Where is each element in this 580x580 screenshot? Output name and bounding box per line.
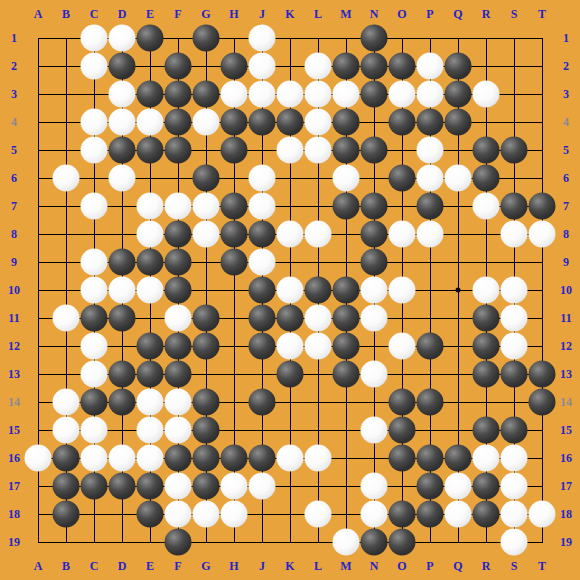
black-stone [417, 193, 444, 220]
black-stone [249, 109, 276, 136]
grid-line-horizontal [38, 430, 543, 431]
black-stone [473, 305, 500, 332]
col-label-bottom: K [285, 560, 294, 572]
white-stone [277, 81, 304, 108]
black-stone [473, 473, 500, 500]
black-stone [165, 249, 192, 276]
white-stone [137, 417, 164, 444]
white-stone [501, 473, 528, 500]
col-label-bottom: A [34, 560, 43, 572]
black-stone [361, 193, 388, 220]
row-label-left: 17 [8, 480, 20, 492]
black-stone [473, 501, 500, 528]
row-label-left: 16 [8, 452, 20, 464]
white-stone [249, 165, 276, 192]
white-stone [501, 445, 528, 472]
white-stone [193, 193, 220, 220]
col-label-bottom: B [62, 560, 70, 572]
col-label-bottom: P [426, 560, 433, 572]
black-stone [417, 109, 444, 136]
white-stone [81, 25, 108, 52]
col-label-bottom: E [146, 560, 154, 572]
black-stone [277, 109, 304, 136]
row-label-right: 4 [563, 116, 569, 128]
col-label-top: B [62, 8, 70, 20]
col-label-top: K [285, 8, 294, 20]
col-label-bottom: D [118, 560, 127, 572]
black-stone [417, 333, 444, 360]
white-stone [109, 277, 136, 304]
row-label-right: 15 [560, 424, 572, 436]
black-stone [249, 333, 276, 360]
white-stone [277, 333, 304, 360]
white-stone [249, 53, 276, 80]
black-stone [193, 165, 220, 192]
col-label-bottom: M [340, 560, 351, 572]
white-stone [305, 221, 332, 248]
row-label-left: 5 [11, 144, 17, 156]
col-label-bottom: Q [453, 560, 462, 572]
black-stone [137, 249, 164, 276]
white-stone [81, 193, 108, 220]
white-stone [501, 529, 528, 556]
black-stone [249, 445, 276, 472]
row-label-left: 19 [8, 536, 20, 548]
row-label-left: 7 [11, 200, 17, 212]
white-stone [305, 333, 332, 360]
black-stone [361, 249, 388, 276]
black-stone [361, 25, 388, 52]
white-stone [417, 81, 444, 108]
white-stone [501, 277, 528, 304]
black-stone [333, 305, 360, 332]
white-stone [277, 445, 304, 472]
black-stone [81, 305, 108, 332]
black-stone [305, 277, 332, 304]
white-stone [473, 193, 500, 220]
white-stone [473, 81, 500, 108]
black-stone [165, 277, 192, 304]
black-stone [417, 445, 444, 472]
col-label-bottom: G [201, 560, 210, 572]
row-label-left: 1 [11, 32, 17, 44]
black-stone [333, 333, 360, 360]
col-label-top: A [34, 8, 43, 20]
black-stone [249, 277, 276, 304]
white-stone [277, 277, 304, 304]
row-label-left: 10 [8, 284, 20, 296]
black-stone [109, 361, 136, 388]
col-label-top: M [340, 8, 351, 20]
white-stone [361, 305, 388, 332]
black-stone [333, 53, 360, 80]
white-stone [109, 81, 136, 108]
star-point [456, 288, 461, 293]
black-stone [221, 249, 248, 276]
black-stone [277, 361, 304, 388]
go-board[interactable]: AABBCCDDEEFFGGHHJJKKLLMMNNOOPPQQRRSSTT11… [0, 0, 580, 580]
white-stone [305, 53, 332, 80]
white-stone [445, 501, 472, 528]
row-label-right: 6 [563, 172, 569, 184]
row-label-right: 11 [560, 312, 571, 324]
black-stone [389, 529, 416, 556]
col-label-top: N [370, 8, 379, 20]
white-stone [53, 389, 80, 416]
col-label-bottom: L [314, 560, 322, 572]
black-stone [389, 417, 416, 444]
col-label-bottom: C [90, 560, 99, 572]
black-stone [193, 389, 220, 416]
black-stone [165, 445, 192, 472]
white-stone [81, 137, 108, 164]
row-label-right: 17 [560, 480, 572, 492]
col-label-top: H [229, 8, 238, 20]
white-stone [249, 249, 276, 276]
white-stone [417, 221, 444, 248]
white-stone [249, 193, 276, 220]
white-stone [277, 137, 304, 164]
black-stone [445, 81, 472, 108]
col-label-top: J [259, 8, 265, 20]
black-stone [473, 361, 500, 388]
white-stone [221, 501, 248, 528]
col-label-top: F [174, 8, 181, 20]
white-stone [277, 221, 304, 248]
black-stone [529, 193, 556, 220]
col-label-bottom: F [174, 560, 181, 572]
white-stone [501, 333, 528, 360]
row-label-right: 12 [560, 340, 572, 352]
row-label-right: 5 [563, 144, 569, 156]
white-stone [165, 389, 192, 416]
white-stone [529, 501, 556, 528]
row-label-left: 11 [8, 312, 19, 324]
black-stone [193, 305, 220, 332]
black-stone [221, 53, 248, 80]
black-stone [417, 501, 444, 528]
black-stone [165, 137, 192, 164]
black-stone [221, 193, 248, 220]
col-label-top: E [146, 8, 154, 20]
black-stone [473, 417, 500, 444]
col-label-top: G [201, 8, 210, 20]
white-stone [473, 445, 500, 472]
black-stone [193, 333, 220, 360]
black-stone [501, 361, 528, 388]
col-label-bottom: J [259, 560, 265, 572]
white-stone [305, 81, 332, 108]
black-stone [389, 165, 416, 192]
black-stone [473, 333, 500, 360]
white-stone [501, 501, 528, 528]
black-stone [249, 221, 276, 248]
white-stone [389, 277, 416, 304]
white-stone [417, 165, 444, 192]
black-stone [249, 305, 276, 332]
col-label-top: D [118, 8, 127, 20]
black-stone [165, 529, 192, 556]
white-stone [361, 501, 388, 528]
black-stone [137, 473, 164, 500]
black-stone [193, 81, 220, 108]
white-stone [361, 361, 388, 388]
white-stone [417, 137, 444, 164]
black-stone [417, 473, 444, 500]
black-stone [165, 53, 192, 80]
black-stone [529, 389, 556, 416]
black-stone [473, 137, 500, 164]
row-label-right: 16 [560, 452, 572, 464]
white-stone [361, 417, 388, 444]
black-stone [109, 473, 136, 500]
black-stone [389, 501, 416, 528]
col-label-top: R [482, 8, 491, 20]
black-stone [445, 109, 472, 136]
row-label-left: 2 [11, 60, 17, 72]
white-stone [389, 221, 416, 248]
white-stone [109, 165, 136, 192]
col-label-bottom: H [229, 560, 238, 572]
black-stone [165, 361, 192, 388]
row-label-right: 1 [563, 32, 569, 44]
white-stone [53, 165, 80, 192]
white-stone [109, 445, 136, 472]
white-stone [333, 81, 360, 108]
white-stone [165, 501, 192, 528]
col-label-bottom: R [482, 560, 491, 572]
black-stone [193, 473, 220, 500]
black-stone [81, 389, 108, 416]
black-stone [445, 445, 472, 472]
row-label-left: 18 [8, 508, 20, 520]
white-stone [249, 473, 276, 500]
black-stone [445, 53, 472, 80]
col-label-top: O [397, 8, 406, 20]
row-label-right: 2 [563, 60, 569, 72]
grid-line-horizontal [38, 542, 543, 543]
black-stone [165, 221, 192, 248]
grid-line-vertical [542, 38, 543, 543]
white-stone [165, 417, 192, 444]
white-stone [137, 221, 164, 248]
black-stone [389, 389, 416, 416]
black-stone [333, 109, 360, 136]
white-stone [361, 473, 388, 500]
black-stone [137, 361, 164, 388]
black-stone [361, 53, 388, 80]
black-stone [277, 305, 304, 332]
row-label-right: 10 [560, 284, 572, 296]
black-stone [109, 305, 136, 332]
white-stone [81, 109, 108, 136]
row-label-right: 19 [560, 536, 572, 548]
white-stone [165, 193, 192, 220]
row-label-left: 6 [11, 172, 17, 184]
white-stone [193, 501, 220, 528]
black-stone [53, 473, 80, 500]
white-stone [81, 361, 108, 388]
black-stone [501, 137, 528, 164]
white-stone [389, 81, 416, 108]
white-stone [249, 25, 276, 52]
white-stone [305, 501, 332, 528]
white-stone [473, 277, 500, 304]
black-stone [109, 53, 136, 80]
black-stone [333, 277, 360, 304]
row-label-right: 14 [560, 396, 572, 408]
white-stone [333, 529, 360, 556]
black-stone [389, 445, 416, 472]
black-stone [529, 361, 556, 388]
black-stone [109, 137, 136, 164]
black-stone [361, 221, 388, 248]
black-stone [361, 137, 388, 164]
white-stone [81, 277, 108, 304]
black-stone [53, 445, 80, 472]
black-stone [221, 221, 248, 248]
white-stone [137, 193, 164, 220]
row-label-right: 8 [563, 228, 569, 240]
white-stone [445, 473, 472, 500]
black-stone [137, 137, 164, 164]
white-stone [81, 249, 108, 276]
row-label-left: 13 [8, 368, 20, 380]
black-stone [109, 389, 136, 416]
white-stone [81, 333, 108, 360]
col-label-bottom: T [538, 560, 546, 572]
col-label-top: T [538, 8, 546, 20]
black-stone [389, 53, 416, 80]
black-stone [81, 473, 108, 500]
black-stone [333, 193, 360, 220]
row-label-right: 9 [563, 256, 569, 268]
black-stone [501, 417, 528, 444]
white-stone [221, 473, 248, 500]
col-label-top: L [314, 8, 322, 20]
white-stone [81, 53, 108, 80]
white-stone [165, 473, 192, 500]
row-label-left: 9 [11, 256, 17, 268]
white-stone [137, 389, 164, 416]
col-label-bottom: S [511, 560, 518, 572]
row-label-right: 7 [563, 200, 569, 212]
white-stone [137, 109, 164, 136]
white-stone [109, 109, 136, 136]
black-stone [137, 501, 164, 528]
white-stone [249, 81, 276, 108]
black-stone [53, 501, 80, 528]
black-stone [165, 109, 192, 136]
white-stone [417, 53, 444, 80]
black-stone [193, 25, 220, 52]
black-stone [333, 361, 360, 388]
black-stone [221, 109, 248, 136]
white-stone [137, 445, 164, 472]
black-stone [137, 81, 164, 108]
black-stone [333, 137, 360, 164]
row-label-left: 15 [8, 424, 20, 436]
col-label-top: S [511, 8, 518, 20]
black-stone [417, 389, 444, 416]
white-stone [529, 221, 556, 248]
black-stone [501, 193, 528, 220]
white-stone [81, 417, 108, 444]
black-stone [109, 249, 136, 276]
white-stone [305, 305, 332, 332]
white-stone [361, 277, 388, 304]
row-label-left: 14 [8, 396, 20, 408]
row-label-left: 8 [11, 228, 17, 240]
white-stone [53, 305, 80, 332]
white-stone [305, 137, 332, 164]
row-label-right: 18 [560, 508, 572, 520]
white-stone [305, 445, 332, 472]
row-label-left: 3 [11, 88, 17, 100]
white-stone [81, 445, 108, 472]
white-stone [333, 165, 360, 192]
black-stone [193, 445, 220, 472]
col-label-top: C [90, 8, 99, 20]
col-label-bottom: N [370, 560, 379, 572]
black-stone [137, 25, 164, 52]
col-label-top: P [426, 8, 433, 20]
black-stone [165, 81, 192, 108]
white-stone [305, 109, 332, 136]
white-stone [389, 333, 416, 360]
black-stone [361, 81, 388, 108]
white-stone [109, 25, 136, 52]
white-stone [445, 165, 472, 192]
black-stone [165, 333, 192, 360]
white-stone [193, 221, 220, 248]
black-stone [193, 417, 220, 444]
white-stone [501, 221, 528, 248]
white-stone [193, 109, 220, 136]
black-stone [389, 109, 416, 136]
row-label-right: 3 [563, 88, 569, 100]
black-stone [249, 389, 276, 416]
white-stone [137, 277, 164, 304]
col-label-top: Q [453, 8, 462, 20]
row-label-right: 13 [560, 368, 572, 380]
black-stone [137, 333, 164, 360]
black-stone [221, 137, 248, 164]
black-stone [221, 445, 248, 472]
col-label-bottom: O [397, 560, 406, 572]
row-label-left: 4 [11, 116, 17, 128]
row-label-left: 12 [8, 340, 20, 352]
black-stone [361, 529, 388, 556]
white-stone [501, 305, 528, 332]
white-stone [25, 445, 52, 472]
black-stone [473, 165, 500, 192]
white-stone [165, 305, 192, 332]
white-stone [53, 417, 80, 444]
white-stone [221, 81, 248, 108]
